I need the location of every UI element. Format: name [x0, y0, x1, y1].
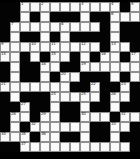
answer-cell-r12c8[interactable]	[80, 122, 90, 132]
answer-cell-r7c7[interactable]	[70, 72, 80, 82]
answer-cell-r13c5[interactable]	[50, 132, 60, 142]
black-cell-r1c5	[50, 12, 60, 22]
answer-cell-r4c4[interactable]	[40, 42, 50, 52]
black-cell-r9c10	[100, 92, 110, 102]
black-cell-r3c9	[90, 32, 100, 42]
answer-cell-r1c2[interactable]	[20, 12, 30, 22]
answer-cell-r11c8[interactable]: 30	[80, 112, 90, 122]
answer-cell-r5c10[interactable]: 16	[100, 52, 110, 62]
answer-cell-r5c6[interactable]	[60, 52, 70, 62]
clue-number-9: 9	[1, 42, 3, 46]
clue-number-6: 6	[111, 12, 113, 16]
black-cell-r10c9	[90, 102, 100, 112]
clue-number-7: 7	[11, 22, 13, 26]
answer-cell-r9c7[interactable]	[70, 92, 80, 102]
answer-cell-r3c4[interactable]	[40, 32, 50, 42]
black-cell-r10c12	[120, 102, 130, 112]
answer-cell-r2c7[interactable]	[70, 22, 80, 32]
answer-cell-r14c11[interactable]	[110, 142, 120, 152]
answer-cell-r8c1[interactable]	[10, 82, 20, 92]
black-cell-r0c12	[120, 2, 130, 12]
answer-cell-r2c6[interactable]: 8	[60, 22, 70, 32]
black-cell-r2c0	[0, 22, 10, 32]
answer-cell-r3c6[interactable]	[60, 32, 70, 42]
black-cell-r8c7	[70, 82, 80, 92]
black-cell-r10c7	[70, 102, 80, 112]
answer-cell-r5c1[interactable]	[10, 52, 20, 62]
black-cell-r3c8	[80, 32, 90, 42]
answer-cell-r11c4[interactable]: 29	[40, 112, 50, 122]
black-cell-r9c3	[30, 92, 40, 102]
black-cell-r13c13	[130, 132, 140, 142]
black-cell-r8c8	[80, 82, 90, 92]
clue-number-21: 21	[1, 82, 6, 86]
answer-cell-r12c3[interactable]: 32	[30, 122, 40, 132]
black-cell-r12c13	[130, 122, 140, 132]
crossword-grid: 1234567891011121314151617181920212223242…	[0, 2, 140, 152]
black-cell-r1c9	[90, 12, 100, 22]
clue-number-20: 20	[61, 72, 66, 76]
answer-cell-r4c1[interactable]	[10, 42, 20, 52]
answer-cell-r2c2[interactable]	[20, 22, 30, 32]
black-cell-r12c9	[90, 122, 100, 132]
clue-number-28: 28	[11, 112, 16, 116]
black-cell-r5c2	[20, 52, 30, 62]
answer-cell-r10c5[interactable]	[50, 102, 60, 112]
clue-number-29: 29	[41, 112, 46, 116]
black-cell-r11c0	[0, 112, 10, 122]
black-cell-r7c10	[100, 72, 110, 82]
black-cell-r13c12	[120, 132, 130, 142]
black-cell-r3c5	[50, 32, 60, 42]
answer-cell-r12c1[interactable]	[10, 122, 20, 132]
clue-number-17: 17	[131, 52, 136, 56]
answer-cell-r7c13[interactable]	[130, 72, 140, 82]
answer-cell-r4c2[interactable]	[20, 42, 30, 52]
answer-cell-r13c11[interactable]	[110, 132, 120, 142]
black-cell-r7c9	[90, 72, 100, 82]
answer-cell-r14c2[interactable]: 37	[20, 142, 30, 152]
answer-cell-r8c0[interactable]: 21	[0, 82, 10, 92]
clue-number-22: 22	[91, 82, 96, 86]
answer-cell-r0c13[interactable]: 5	[130, 2, 140, 12]
answer-cell-r14c8[interactable]	[80, 142, 90, 152]
black-cell-r12c10	[100, 122, 110, 132]
answer-cell-r4c12[interactable]	[120, 42, 130, 52]
answer-cell-r11c10[interactable]	[100, 112, 110, 122]
black-cell-r11c3	[30, 112, 40, 122]
answer-cell-r3c11[interactable]	[110, 32, 120, 42]
answer-cell-r0c4[interactable]: 2	[40, 2, 50, 12]
answer-cell-r2c9[interactable]	[90, 22, 100, 32]
clue-number-10: 10	[31, 42, 36, 46]
answer-cell-r11c2[interactable]	[20, 112, 30, 122]
answer-cell-r9c5[interactable]: 24	[50, 92, 60, 102]
answer-cell-r14c7[interactable]	[70, 142, 80, 152]
black-cell-r10c13	[130, 102, 140, 112]
answer-cell-r13c2[interactable]: 35	[20, 132, 30, 142]
answer-cell-r1c4[interactable]	[40, 12, 50, 22]
clue-number-15: 15	[51, 52, 56, 56]
answer-cell-r4c9[interactable]	[90, 42, 100, 52]
black-cell-r1c10	[100, 12, 110, 22]
clue-number-27: 27	[21, 102, 26, 106]
answer-cell-r12c12[interactable]	[120, 122, 130, 132]
black-cell-r13c9	[90, 132, 100, 142]
black-cell-r7c5	[50, 72, 60, 82]
clue-number-2: 2	[41, 2, 43, 6]
answer-cell-r4c7[interactable]	[70, 42, 80, 52]
answer-cell-r1c11[interactable]: 6	[110, 12, 120, 22]
clue-number-4: 4	[111, 2, 113, 6]
black-cell-r2c13	[130, 22, 140, 32]
answer-cell-r14c6[interactable]	[60, 142, 70, 152]
answer-cell-r9c1[interactable]	[10, 92, 20, 102]
answer-cell-r2c11[interactable]	[110, 22, 120, 32]
answer-cell-r11c12[interactable]: 31	[120, 112, 130, 122]
clue-number-12: 12	[81, 42, 86, 46]
clue-number-37: 37	[21, 142, 26, 146]
answer-cell-r0c11[interactable]: 4	[110, 2, 120, 12]
answer-cell-r0c10[interactable]	[100, 2, 110, 12]
clue-number-5: 5	[131, 2, 133, 6]
answer-cell-r6c11[interactable]	[110, 62, 120, 72]
answer-cell-r6c8[interactable]: 19	[80, 62, 90, 72]
answer-cell-r5c5[interactable]: 15	[50, 52, 60, 62]
black-cell-r6c0	[0, 62, 10, 72]
answer-cell-r6c5[interactable]	[50, 62, 60, 72]
black-cell-r14c0	[0, 142, 10, 152]
black-cell-r13c7	[70, 132, 80, 142]
answer-cell-r2c1[interactable]: 7	[10, 22, 20, 32]
black-cell-r7c8	[80, 72, 90, 82]
answer-cell-r8c2[interactable]	[20, 82, 30, 92]
answer-cell-r12c4[interactable]	[40, 122, 50, 132]
black-cell-r13c3	[30, 132, 40, 142]
clue-number-19: 19	[81, 62, 86, 66]
answer-cell-r4c8[interactable]: 12	[80, 42, 90, 52]
answer-cell-r13c0[interactable]: 34	[0, 132, 10, 142]
black-cell-r1c6	[60, 12, 70, 22]
clue-number-31: 31	[121, 112, 126, 116]
answer-cell-r7c6[interactable]: 20	[60, 72, 70, 82]
answer-cell-r10c2[interactable]: 27	[20, 102, 30, 112]
black-cell-r1c1	[10, 12, 20, 22]
black-cell-r7c2	[20, 72, 30, 82]
clue-number-8: 8	[61, 22, 63, 26]
clue-number-23: 23	[121, 82, 126, 86]
black-cell-r5c4	[40, 52, 50, 62]
answer-cell-r0c9[interactable]	[90, 2, 100, 12]
black-cell-r13c10	[100, 132, 110, 142]
answer-cell-r2c8[interactable]	[80, 22, 90, 32]
answer-cell-r8c3[interactable]	[30, 82, 40, 92]
black-cell-r0c0	[0, 2, 10, 12]
answer-cell-r2c4[interactable]	[40, 22, 50, 32]
clue-number-33: 33	[111, 122, 116, 126]
black-cell-r3c12	[120, 32, 130, 42]
black-cell-r1c7	[70, 12, 80, 22]
answer-cell-r13c4[interactable]: 36	[40, 132, 50, 142]
black-cell-r11c7	[70, 112, 80, 122]
answer-cell-r9c9[interactable]	[90, 92, 100, 102]
black-cell-r7c3	[30, 72, 40, 82]
black-cell-r4c10	[100, 42, 110, 52]
black-cell-r11c11	[110, 112, 120, 122]
answer-cell-r2c3[interactable]	[30, 22, 40, 32]
clue-number-14: 14	[1, 52, 6, 56]
clue-number-11: 11	[51, 42, 56, 46]
black-cell-r2c12	[120, 22, 130, 32]
answer-cell-r9c11[interactable]: 26	[110, 92, 120, 102]
black-cell-r10c6	[60, 102, 70, 112]
answer-cell-r8c6[interactable]	[60, 82, 70, 92]
answer-cell-r0c8[interactable]: 3	[80, 2, 90, 12]
clue-number-36: 36	[41, 132, 46, 136]
answer-cell-r6c10[interactable]	[100, 62, 110, 72]
black-cell-r1c0	[0, 12, 10, 22]
answer-cell-r8c9[interactable]: 22	[90, 82, 100, 92]
black-cell-r5c7	[70, 52, 80, 62]
clue-number-25: 25	[81, 92, 86, 96]
black-cell-r8c10	[100, 82, 110, 92]
black-cell-r4c13	[130, 42, 140, 52]
answer-cell-r13c8[interactable]	[80, 132, 90, 142]
black-cell-r0c1	[10, 2, 20, 12]
black-cell-r6c2	[20, 62, 30, 72]
answer-cell-r5c8[interactable]	[80, 52, 90, 62]
answer-cell-r6c9[interactable]	[90, 62, 100, 72]
answer-cell-r6c4[interactable]: 18	[40, 62, 50, 72]
black-cell-r14c13	[130, 142, 140, 152]
black-cell-r10c4	[40, 102, 50, 112]
answer-cell-r4c0[interactable]: 9	[0, 42, 10, 52]
answer-cell-r10c8[interactable]	[80, 102, 90, 112]
clue-number-34: 34	[1, 132, 6, 136]
black-cell-r12c0	[0, 122, 10, 132]
black-cell-r6c6	[60, 62, 70, 72]
clue-number-30: 30	[81, 112, 86, 116]
answer-cell-r1c12[interactable]	[120, 12, 130, 22]
answer-cell-r14c12[interactable]	[120, 142, 130, 152]
answer-cell-r2c5[interactable]	[50, 22, 60, 32]
black-cell-r8c11	[110, 82, 120, 92]
black-cell-r6c3	[30, 62, 40, 72]
clue-number-16: 16	[101, 52, 106, 56]
black-cell-r1c3	[30, 12, 40, 22]
answer-cell-r12c7[interactable]	[70, 122, 80, 132]
black-cell-r9c2	[20, 92, 30, 102]
answer-cell-r0c5[interactable]	[50, 2, 60, 12]
clue-number-24: 24	[51, 92, 56, 96]
black-cell-r6c7	[70, 62, 80, 72]
answer-cell-r12c5[interactable]	[50, 122, 60, 132]
answer-cell-r4c5[interactable]: 11	[50, 42, 60, 52]
answer-cell-r4c6[interactable]	[60, 42, 70, 52]
answer-cell-r1c13[interactable]	[130, 12, 140, 22]
answer-cell-r6c13[interactable]	[130, 62, 140, 72]
answer-cell-r6c12[interactable]	[120, 62, 130, 72]
answer-cell-r0c7[interactable]	[70, 2, 80, 12]
black-cell-r10c1	[10, 102, 20, 112]
answer-cell-r6c1[interactable]	[10, 62, 20, 72]
answer-cell-r12c11[interactable]: 33	[110, 122, 120, 132]
clue-number-26: 26	[111, 92, 116, 96]
black-cell-r5c12	[120, 52, 130, 62]
clue-number-35: 35	[21, 132, 26, 136]
answer-cell-r11c1[interactable]: 28	[10, 112, 20, 122]
answer-cell-r11c5[interactable]	[50, 112, 60, 122]
answer-cell-r1c8[interactable]	[80, 12, 90, 22]
black-cell-r9c4	[40, 92, 50, 102]
answer-cell-r14c9[interactable]	[90, 142, 100, 152]
crossword-board: 1234567891011121314151617181920212223242…	[0, 0, 140, 159]
answer-cell-r10c11[interactable]	[110, 102, 120, 112]
black-cell-r2c10	[100, 22, 110, 32]
answer-cell-r0c3[interactable]	[30, 2, 40, 12]
black-cell-r9c0	[0, 92, 10, 102]
answer-cell-r4c11[interactable]: 13	[110, 42, 120, 52]
answer-cell-r14c10[interactable]	[100, 142, 110, 152]
answer-cell-r0c6[interactable]	[60, 2, 70, 12]
answer-cell-r8c5[interactable]	[50, 82, 60, 92]
answer-cell-r8c4[interactable]	[40, 82, 50, 92]
black-cell-r3c7	[70, 32, 80, 42]
answer-cell-r5c0[interactable]: 14	[0, 52, 10, 62]
answer-cell-r9c6[interactable]	[60, 92, 70, 102]
answer-cell-r0c2[interactable]: 1	[20, 2, 30, 12]
answer-cell-r11c13[interactable]	[130, 112, 140, 122]
black-cell-r8c13	[130, 82, 140, 92]
answer-cell-r5c3[interactable]	[30, 52, 40, 62]
answer-cell-r5c11[interactable]	[110, 52, 120, 62]
answer-cell-r12c6[interactable]	[60, 122, 70, 132]
answer-cell-r11c9[interactable]	[90, 112, 100, 122]
black-cell-r3c13	[130, 32, 140, 42]
answer-cell-r7c1[interactable]	[10, 72, 20, 82]
black-cell-r7c0	[0, 72, 10, 82]
answer-cell-r5c13[interactable]: 17	[130, 52, 140, 62]
black-cell-r3c0	[0, 32, 10, 42]
black-cell-r10c10	[100, 102, 110, 112]
answer-cell-r14c3[interactable]	[30, 142, 40, 152]
answer-cell-r9c12[interactable]	[120, 92, 130, 102]
black-cell-r11c6	[60, 112, 70, 122]
answer-cell-r3c1[interactable]	[10, 32, 20, 42]
clue-number-32: 32	[31, 122, 36, 126]
black-cell-r10c3	[30, 102, 40, 112]
answer-cell-r9c8[interactable]: 25	[80, 92, 90, 102]
answer-cell-r13c1[interactable]	[10, 132, 20, 142]
clue-number-1: 1	[21, 2, 23, 6]
black-cell-r3c10	[100, 32, 110, 42]
answer-cell-r8c12[interactable]: 23	[120, 82, 130, 92]
answer-cell-r14c4[interactable]	[40, 142, 50, 152]
answer-cell-r4c3[interactable]: 10	[30, 42, 40, 52]
clue-number-3: 3	[81, 2, 83, 6]
clue-number-13: 13	[111, 42, 116, 46]
answer-cell-r7c4[interactable]	[40, 72, 50, 82]
black-cell-r12c2	[20, 122, 30, 132]
black-cell-r5c9	[90, 52, 100, 62]
black-cell-r3c3	[30, 32, 40, 42]
clue-number-18: 18	[41, 62, 46, 66]
answer-cell-r7c11[interactable]	[110, 72, 120, 82]
answer-cell-r14c5[interactable]	[50, 142, 60, 152]
black-cell-r3c2	[20, 32, 30, 42]
black-cell-r7c12	[120, 72, 130, 82]
black-cell-r13c6	[60, 132, 70, 142]
black-cell-r14c1	[10, 142, 20, 152]
black-cell-r9c13	[130, 92, 140, 102]
black-cell-r10c0	[0, 102, 10, 112]
